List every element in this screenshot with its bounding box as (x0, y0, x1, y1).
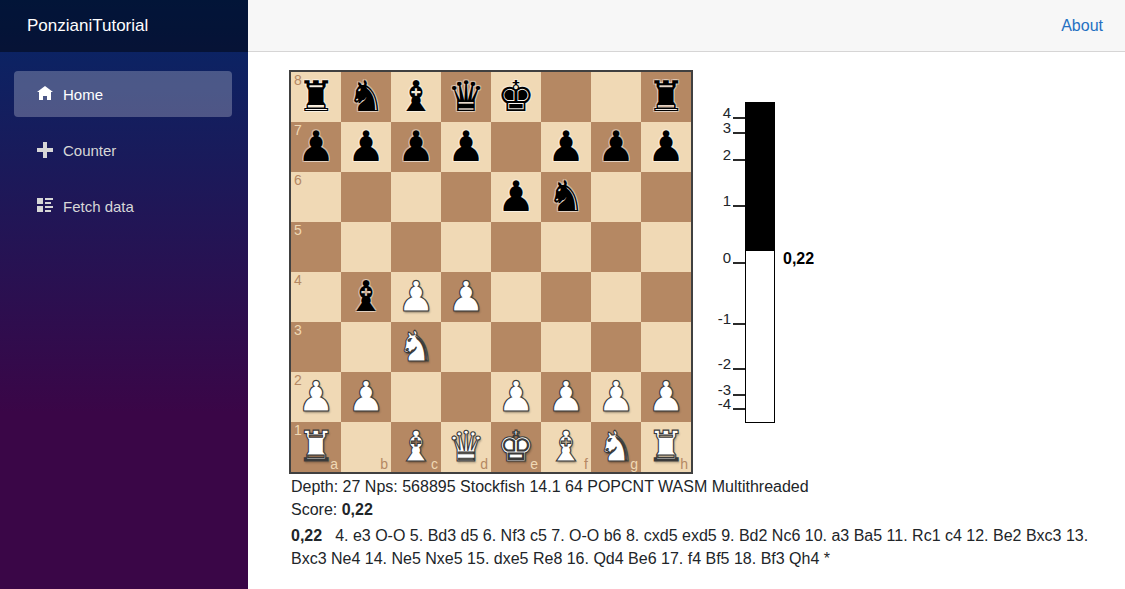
square-b2[interactable]: ♟ (341, 372, 391, 422)
square-g8[interactable] (591, 72, 641, 122)
piece-bK-e8[interactable]: ♚ (491, 72, 541, 122)
eval-tick-label-3: 3 (705, 119, 731, 137)
square-f4[interactable] (541, 272, 591, 322)
piece-wP-b2[interactable]: ♟ (341, 372, 391, 422)
square-e2[interactable]: ♟ (491, 372, 541, 422)
square-e4[interactable] (491, 272, 541, 322)
app-brand-link[interactable]: PonzianiTutorial (27, 16, 148, 36)
piece-bP-h7[interactable]: ♟ (641, 122, 691, 172)
square-h7[interactable]: ♟ (641, 122, 691, 172)
square-d5[interactable] (441, 222, 491, 272)
eval-tick-label-2: 2 (705, 146, 731, 164)
piece-bP-f7[interactable]: ♟ (541, 122, 591, 172)
eval-tick-2 (733, 159, 745, 161)
sidebar-nav: Home Counter Fetch data (0, 52, 248, 239)
rank-label-4: 4 (294, 273, 302, 288)
eval-bar-black-fill (746, 103, 774, 251)
sidebar-item-label: Home (63, 86, 103, 103)
piece-bB-c8[interactable]: ♝ (391, 72, 441, 122)
piece-wN-g1[interactable]: ♞ (591, 422, 641, 472)
square-f8[interactable] (541, 72, 591, 122)
sidebar: PonzianiTutorial Home Counter Fetch data (0, 0, 248, 589)
depth-value: 27 (343, 478, 361, 495)
square-b6[interactable] (341, 172, 391, 222)
square-f5[interactable] (541, 222, 591, 272)
nps-label: Nps: (365, 478, 398, 495)
chess-board: 8♜♞♝♛♚♜7♟♟♟♟♟♟♟6♟♞54♝♟♟3♞2♟♟♟♟♟♟1a♜bc♝d♛… (289, 70, 693, 474)
piece-wR-a1[interactable]: ♜ (291, 422, 341, 472)
piece-bR-a8[interactable]: ♜ (291, 72, 341, 122)
piece-bB-b4[interactable]: ♝ (341, 272, 391, 322)
square-h6[interactable] (641, 172, 691, 222)
square-g4[interactable] (591, 272, 641, 322)
depth-label: Depth: (291, 478, 338, 495)
square-d3[interactable] (441, 322, 491, 372)
square-a5[interactable]: 5 (291, 222, 341, 272)
about-link[interactable]: About (1061, 17, 1103, 35)
square-g2[interactable]: ♟ (591, 372, 641, 422)
square-f2[interactable]: ♟ (541, 372, 591, 422)
piece-wB-f1[interactable]: ♝ (541, 422, 591, 472)
brand-bar: PonzianiTutorial (0, 0, 248, 52)
home-icon (37, 86, 53, 102)
square-e8[interactable]: ♚ (491, 72, 541, 122)
piece-wP-a2[interactable]: ♟ (291, 372, 341, 422)
eval-tick--2 (733, 368, 745, 370)
square-b4[interactable]: ♝ (341, 272, 391, 322)
eval-tick--3 (733, 394, 745, 396)
square-a8[interactable]: 8♜ (291, 72, 341, 122)
square-h8[interactable]: ♜ (641, 72, 691, 122)
square-h2[interactable]: ♟ (641, 372, 691, 422)
eval-tick-label--4: -4 (705, 395, 731, 413)
eval-tick-label-0: 0 (705, 249, 731, 267)
square-g3[interactable] (591, 322, 641, 372)
square-f1[interactable]: f♝ (541, 422, 591, 472)
sidebar-item-label: Counter (63, 142, 116, 159)
square-b8[interactable]: ♞ (341, 72, 391, 122)
piece-wP-e2[interactable]: ♟ (491, 372, 541, 422)
piece-bR-h8[interactable]: ♜ (641, 72, 691, 122)
square-a2[interactable]: 2♟ (291, 372, 341, 422)
eval-tick-label--2: -2 (705, 355, 731, 373)
eval-tick-1 (733, 205, 745, 207)
rank-label-5: 5 (294, 223, 302, 238)
piece-wP-d4[interactable]: ♟ (441, 272, 491, 322)
square-c5[interactable] (391, 222, 441, 272)
eval-tick-label-1: 1 (705, 192, 731, 210)
square-d8[interactable]: ♛ (441, 72, 491, 122)
eval-value-label: 0,22 (783, 250, 814, 268)
pv-moves: 4. e3 O-O 5. Bd3 d5 6. Nf3 c5 7. O-O b6 … (291, 527, 1088, 567)
square-e5[interactable] (491, 222, 541, 272)
eval-tick-3 (733, 132, 745, 134)
piece-wR-h1[interactable]: ♜ (641, 422, 691, 472)
square-d4[interactable]: ♟ (441, 272, 491, 322)
piece-wP-c4[interactable]: ♟ (391, 272, 441, 322)
square-b5[interactable] (341, 222, 391, 272)
square-e1[interactable]: e♚ (491, 422, 541, 472)
analysis-panel: Depth: 27 Nps: 568895 Stockfish 14.1 64 … (291, 475, 1106, 570)
square-c6[interactable] (391, 172, 441, 222)
square-h1[interactable]: h♜ (641, 422, 691, 472)
square-a3[interactable]: 3 (291, 322, 341, 372)
eval-bar-track (745, 102, 775, 423)
square-e6[interactable]: ♟ (491, 172, 541, 222)
piece-bN-f6[interactable]: ♞ (541, 172, 591, 222)
eval-bar: 43210-1-2-3-4 0,22 (705, 102, 835, 432)
square-f6[interactable]: ♞ (541, 172, 591, 222)
sidebar-item-fetch-data[interactable]: Fetch data (14, 183, 232, 229)
eval-tick--4 (733, 408, 745, 410)
list-icon (37, 198, 53, 214)
sidebar-item-home[interactable]: Home (14, 71, 232, 117)
square-a4[interactable]: 4 (291, 272, 341, 322)
square-f3[interactable] (541, 322, 591, 372)
square-g7[interactable]: ♟ (591, 122, 641, 172)
eval-tick-label--1: -1 (705, 310, 731, 328)
piece-bP-g7[interactable]: ♟ (591, 122, 641, 172)
square-c1[interactable]: c♝ (391, 422, 441, 472)
plus-icon (37, 142, 53, 158)
square-h4[interactable] (641, 272, 691, 322)
square-c3[interactable]: ♞ (391, 322, 441, 372)
pv-line: 0,224. e3 O-O 5. Bd3 d5 6. Nf3 c5 7. O-O… (291, 524, 1106, 570)
square-g5[interactable] (591, 222, 641, 272)
square-f7[interactable]: ♟ (541, 122, 591, 172)
eval-tick-0 (733, 262, 745, 264)
piece-bN-b8[interactable]: ♞ (341, 72, 391, 122)
square-b1[interactable]: b (341, 422, 391, 472)
square-a7[interactable]: 7♟ (291, 122, 341, 172)
piece-wQ-d1[interactable]: ♛ (441, 422, 491, 472)
piece-bP-c7[interactable]: ♟ (391, 122, 441, 172)
square-d7[interactable]: ♟ (441, 122, 491, 172)
square-d2[interactable] (441, 372, 491, 422)
piece-bP-b7[interactable]: ♟ (341, 122, 391, 172)
square-h3[interactable] (641, 322, 691, 372)
rank-label-6: 6 (294, 173, 302, 188)
eval-tick-4 (733, 117, 745, 119)
file-label-b: b (380, 457, 388, 472)
sidebar-item-label: Fetch data (63, 198, 134, 215)
engine-info-line: Depth: 27 Nps: 568895 Stockfish 14.1 64 … (291, 475, 1106, 498)
piece-bP-e6[interactable]: ♟ (491, 172, 541, 222)
square-d1[interactable]: d♛ (441, 422, 491, 472)
piece-wP-h2[interactable]: ♟ (641, 372, 691, 422)
piece-wN-c3[interactable]: ♞ (391, 322, 441, 372)
top-bar: About (248, 0, 1125, 52)
piece-bQ-d8[interactable]: ♛ (441, 72, 491, 122)
eval-tick--1 (733, 323, 745, 325)
square-b7[interactable]: ♟ (341, 122, 391, 172)
nps-value: 568895 (402, 478, 455, 495)
score-value: 0,22 (342, 501, 373, 518)
engine-name: Stockfish 14.1 64 POPCNT WASM Multithrea… (460, 478, 809, 495)
pv-score: 0,22 (291, 527, 322, 544)
score-label: Score: (291, 501, 337, 518)
rank-label-3: 3 (294, 323, 302, 338)
square-c7[interactable]: ♟ (391, 122, 441, 172)
square-c8[interactable]: ♝ (391, 72, 441, 122)
square-g6[interactable] (591, 172, 641, 222)
square-e7[interactable] (491, 122, 541, 172)
piece-wK-e1[interactable]: ♚ (491, 422, 541, 472)
app-window: PonzianiTutorial Home Counter Fetch data (0, 0, 1125, 589)
square-b3[interactable] (341, 322, 391, 372)
sidebar-item-counter[interactable]: Counter (14, 127, 232, 173)
piece-wP-g2[interactable]: ♟ (591, 372, 641, 422)
square-e3[interactable] (491, 322, 541, 372)
piece-bP-d7[interactable]: ♟ (441, 122, 491, 172)
piece-wP-f2[interactable]: ♟ (541, 372, 591, 422)
square-g1[interactable]: g♞ (591, 422, 641, 472)
square-a6[interactable]: 6 (291, 172, 341, 222)
piece-bP-a7[interactable]: ♟ (291, 122, 341, 172)
square-c2[interactable] (391, 372, 441, 422)
square-h5[interactable] (641, 222, 691, 272)
square-c4[interactable]: ♟ (391, 272, 441, 322)
square-a1[interactable]: 1a♜ (291, 422, 341, 472)
piece-wB-c1[interactable]: ♝ (391, 422, 441, 472)
score-line: Score: 0,22 (291, 498, 1106, 521)
square-d6[interactable] (441, 172, 491, 222)
